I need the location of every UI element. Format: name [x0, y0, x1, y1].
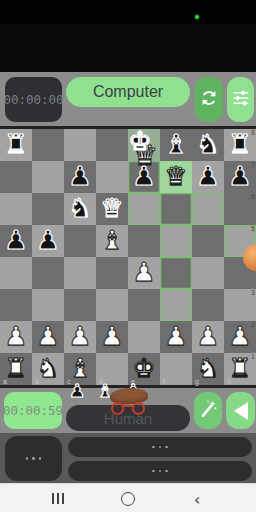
- black-knight[interactable]: ♞: [64, 193, 96, 225]
- square-g7[interactable]: ♟: [192, 161, 224, 193]
- square-f1[interactable]: f: [160, 353, 192, 385]
- square-h7[interactable]: 7♟: [224, 161, 256, 193]
- captured-black-pawn: ♟: [67, 380, 87, 402]
- square-b6[interactable]: [32, 193, 64, 225]
- square-a2[interactable]: ♟: [0, 321, 32, 353]
- square-e4[interactable]: ♟: [128, 257, 160, 289]
- android-nav-bar: ‹: [0, 483, 256, 512]
- panel-row-2[interactable]: [68, 461, 252, 481]
- square-f5[interactable]: [160, 225, 192, 257]
- square-b3[interactable]: [32, 289, 64, 321]
- square-e8[interactable]: ♚: [128, 129, 160, 161]
- square-g8[interactable]: ♞: [192, 129, 224, 161]
- avatar-glasses-right: [132, 402, 145, 415]
- square-c8[interactable]: [64, 129, 96, 161]
- white-pawn[interactable]: ♟: [0, 321, 32, 353]
- avatar-glasses-left: [111, 402, 124, 415]
- black-rook[interactable]: ♜: [0, 129, 32, 161]
- square-c7[interactable]: ♟: [64, 161, 96, 193]
- rank-label-6: 6: [251, 193, 255, 200]
- black-bishop[interactable]: ♝: [160, 129, 192, 161]
- panel-row-1[interactable]: [68, 437, 252, 457]
- settings-sliders-icon: [232, 88, 250, 111]
- square-h2[interactable]: 2♟: [224, 321, 256, 353]
- magic-wand-icon: [198, 398, 218, 423]
- settings-button[interactable]: [227, 77, 254, 122]
- square-d7[interactable]: [96, 161, 128, 193]
- status-green-dot: [195, 15, 199, 19]
- square-h3[interactable]: 3: [224, 289, 256, 321]
- bottom-panel: [0, 433, 256, 483]
- human-avatar: [108, 388, 150, 415]
- square-b7[interactable]: [32, 161, 64, 193]
- black-pawn[interactable]: ♟: [128, 161, 160, 193]
- square-c6[interactable]: ♞: [64, 193, 96, 225]
- status-bar: [0, 0, 256, 24]
- square-d2[interactable]: ♟: [96, 321, 128, 353]
- home-icon[interactable]: [121, 492, 135, 506]
- square-b5[interactable]: ♟: [32, 225, 64, 257]
- square-g4[interactable]: [192, 257, 224, 289]
- white-bishop[interactable]: ♝: [96, 225, 128, 257]
- rank-label-5: 5: [251, 225, 255, 232]
- square-d3[interactable]: [96, 289, 128, 321]
- chess-board[interactable]: ♜♚♝♞8♜♟♟♛♟7♟♞♛6♟♟♝5♟43♟♟♟♟♟♟2♟a♜b♞c♝de♚f…: [0, 129, 256, 385]
- white-pawn[interactable]: ♟: [192, 321, 224, 353]
- square-e6[interactable]: [128, 193, 160, 225]
- new-game-button[interactable]: [195, 77, 223, 122]
- square-c2[interactable]: ♟: [64, 321, 96, 353]
- white-rook[interactable]: ♜: [224, 353, 256, 385]
- black-king[interactable]: ♚: [124, 126, 156, 158]
- square-f6[interactable]: [160, 193, 192, 225]
- ellipsis-dots-icon: [152, 446, 168, 449]
- square-g2[interactable]: ♟: [192, 321, 224, 353]
- computer-name-pill[interactable]: Computer: [66, 77, 190, 107]
- square-h8[interactable]: 8♜: [224, 129, 256, 161]
- square-f2[interactable]: ♟: [160, 321, 192, 353]
- square-e5[interactable]: [128, 225, 160, 257]
- undo-button[interactable]: [226, 392, 255, 429]
- square-e3[interactable]: [128, 289, 160, 321]
- human-clock: 00:00:59: [4, 392, 62, 429]
- square-h1[interactable]: h1♜: [224, 353, 256, 385]
- square-f8[interactable]: ♝: [160, 129, 192, 161]
- file-label-f: f: [163, 378, 165, 385]
- ellipsis-dots-icon: [26, 457, 42, 460]
- black-knight[interactable]: ♞: [192, 129, 224, 161]
- white-pawn[interactable]: ♟: [32, 321, 64, 353]
- undo-left-triangle-icon: [234, 402, 248, 420]
- ellipsis-dots-icon: [152, 470, 168, 473]
- white-pawn[interactable]: ♟: [224, 321, 256, 353]
- square-b8[interactable]: [32, 129, 64, 161]
- square-f3[interactable]: [160, 289, 192, 321]
- black-pawn[interactable]: ♟: [192, 161, 224, 193]
- square-a4[interactable]: [0, 257, 32, 289]
- white-pawn[interactable]: ♟: [64, 321, 96, 353]
- square-c3[interactable]: [64, 289, 96, 321]
- square-g6[interactable]: [192, 193, 224, 225]
- square-f4[interactable]: [160, 257, 192, 289]
- computer-clock: 00:00:00: [5, 77, 62, 122]
- white-pawn[interactable]: ♟: [128, 257, 160, 289]
- white-knight[interactable]: ♞: [192, 353, 224, 385]
- black-rook[interactable]: ♜: [224, 129, 256, 161]
- square-a8[interactable]: ♜: [0, 129, 32, 161]
- square-e7[interactable]: ♟: [128, 161, 160, 193]
- square-b1[interactable]: b♞: [32, 353, 64, 385]
- white-pawn[interactable]: ♟: [96, 321, 128, 353]
- status-black-zone: [0, 24, 256, 72]
- avatar-glasses-bridge: [123, 405, 133, 407]
- top-toolbar: 00:00:00 Computer: [0, 72, 256, 129]
- hint-button[interactable]: [194, 392, 222, 429]
- recents-icon[interactable]: [52, 493, 64, 504]
- square-e2[interactable]: [128, 321, 160, 353]
- square-a5[interactable]: ♟: [0, 225, 32, 257]
- square-a7[interactable]: [0, 161, 32, 193]
- square-c4[interactable]: [64, 257, 96, 289]
- square-a6[interactable]: [0, 193, 32, 225]
- square-b2[interactable]: ♟: [32, 321, 64, 353]
- square-d6[interactable]: ♛: [96, 193, 128, 225]
- white-queen[interactable]: ♛: [160, 161, 192, 193]
- square-d4[interactable]: [96, 257, 128, 289]
- square-c5[interactable]: [64, 225, 96, 257]
- black-pawn[interactable]: ♟: [32, 225, 64, 257]
- white-knight[interactable]: ♞: [32, 353, 64, 385]
- square-g3[interactable]: [192, 289, 224, 321]
- square-a1[interactable]: a♜: [0, 353, 32, 385]
- black-pawn[interactable]: ♟: [224, 161, 256, 193]
- black-queen[interactable]: ♛: [96, 193, 128, 225]
- app-root: 00:00:00 Computer: [0, 0, 256, 512]
- panel-square-button[interactable]: [5, 436, 62, 481]
- square-g1[interactable]: g♞: [192, 353, 224, 385]
- black-pawn[interactable]: ♟: [64, 161, 96, 193]
- white-pawn[interactable]: ♟: [160, 321, 192, 353]
- square-b4[interactable]: [32, 257, 64, 289]
- square-h6[interactable]: 6: [224, 193, 256, 225]
- black-pawn[interactable]: ♟: [0, 225, 32, 257]
- back-chevron-icon[interactable]: ‹: [194, 490, 200, 509]
- square-d5[interactable]: ♝: [96, 225, 128, 257]
- square-a3[interactable]: [0, 289, 32, 321]
- square-g5[interactable]: [192, 225, 224, 257]
- square-f7[interactable]: ♛: [160, 161, 192, 193]
- white-rook[interactable]: ♜: [0, 353, 32, 385]
- refresh-icon: [200, 89, 218, 110]
- rank-label-3: 3: [251, 289, 255, 296]
